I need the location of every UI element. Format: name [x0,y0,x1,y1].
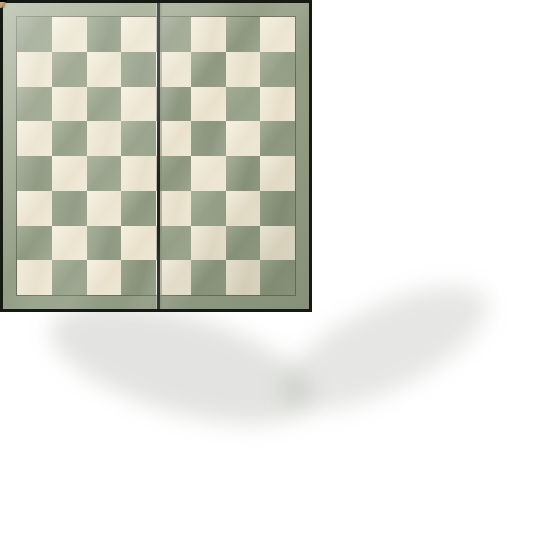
square-h7[interactable] [52,17,87,52]
square-b8[interactable] [17,226,52,261]
square-e1[interactable] [260,121,295,156]
square-e2[interactable] [226,121,261,156]
square-h2[interactable] [226,17,261,52]
square-c5[interactable] [121,191,156,226]
square-g3[interactable] [191,52,226,87]
square-b2[interactable] [226,226,261,261]
fold-seam [156,3,162,309]
square-d2[interactable] [226,156,261,191]
square-a3[interactable] [191,260,226,295]
square-f8[interactable] [17,87,52,122]
square-b1[interactable] [260,226,295,261]
square-f7[interactable] [52,87,87,122]
chessboard[interactable] [0,0,312,312]
square-f3[interactable] [191,87,226,122]
square-g7[interactable] [52,52,87,87]
square-a8[interactable] [17,260,52,295]
square-e6[interactable] [87,121,122,156]
square-d8[interactable] [17,156,52,191]
square-a2[interactable] [226,260,261,295]
square-g1[interactable] [260,52,295,87]
square-h6[interactable] [87,17,122,52]
square-g6[interactable] [87,52,122,87]
square-c2[interactable] [226,191,261,226]
square-h3[interactable] [191,17,226,52]
square-e8[interactable] [17,121,52,156]
square-g2[interactable] [226,52,261,87]
square-d7[interactable] [52,156,87,191]
square-d1[interactable] [260,156,295,191]
square-c7[interactable] [52,191,87,226]
chess-set-photo: ♜♜♞♞♝♝♛♛♚♚♝♝♞♞♜♜♟♟♟♟♟♟♟♟♟♟♟♟♟♟♟♟♟♟♟♟♟♟♟♟… [0,0,533,533]
square-b3[interactable] [191,226,226,261]
square-g5[interactable] [121,52,156,87]
square-g8[interactable] [17,52,52,87]
square-a7[interactable] [52,260,87,295]
square-c8[interactable] [17,191,52,226]
square-a1[interactable] [260,260,295,295]
square-b6[interactable] [87,226,122,261]
square-e5[interactable] [121,121,156,156]
square-b7[interactable] [52,226,87,261]
square-e3[interactable] [191,121,226,156]
square-h1[interactable] [260,17,295,52]
square-f6[interactable] [87,87,122,122]
square-c6[interactable] [87,191,122,226]
square-d6[interactable] [87,156,122,191]
square-c3[interactable] [191,191,226,226]
square-a6[interactable] [87,260,122,295]
square-h5[interactable] [121,17,156,52]
square-b5[interactable] [121,226,156,261]
square-e7[interactable] [52,121,87,156]
square-d3[interactable] [191,156,226,191]
square-a5[interactable] [121,260,156,295]
square-f2[interactable] [226,87,261,122]
square-f1[interactable] [260,87,295,122]
square-f5[interactable] [121,87,156,122]
square-d5[interactable] [121,156,156,191]
square-c1[interactable] [260,191,295,226]
square-h8[interactable] [17,17,52,52]
